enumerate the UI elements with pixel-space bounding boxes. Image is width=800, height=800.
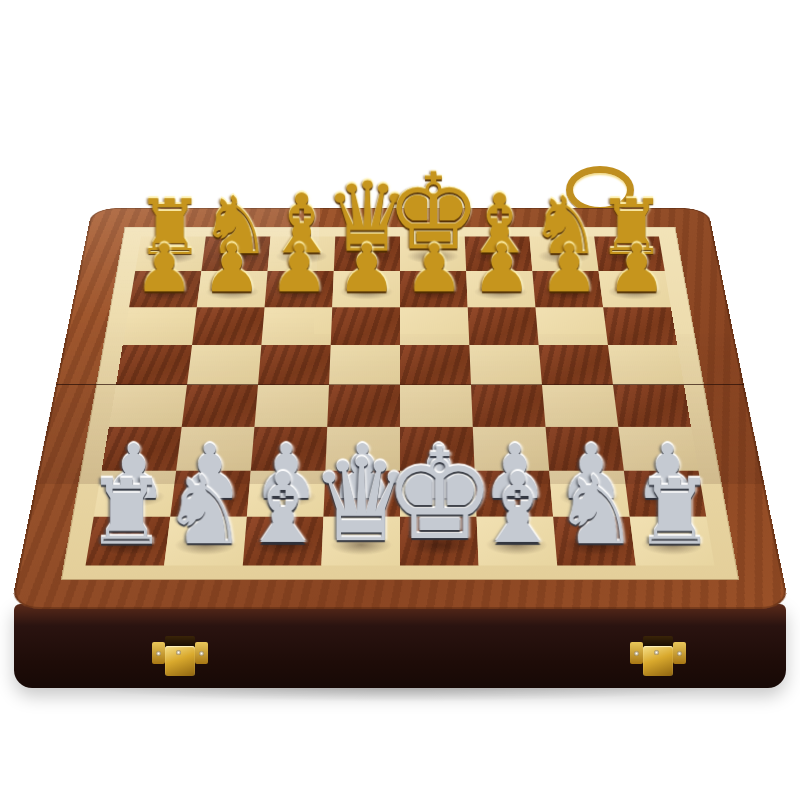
square-a7: ♟ <box>129 271 201 307</box>
square-a4 <box>109 385 187 427</box>
clasp-screw <box>654 650 659 655</box>
piece-silver-knight: ♞ <box>162 463 247 558</box>
square-f1: ♝ <box>477 517 558 566</box>
left-clasp <box>152 636 208 678</box>
square-e7: ♟ <box>400 271 468 307</box>
piece-silver-bishop: ♝ <box>474 460 561 557</box>
board-border: ♜♞♝♛♚♝♞♜♟♟♟♟♟♟♟♟♟♟♟♟♟♟♟♟♜♞♝♛♚♝♞♜ <box>61 227 739 580</box>
product-photo-stage: ♜♞♝♛♚♝♞♜♟♟♟♟♟♟♟♟♟♟♟♟♟♟♟♟♜♞♝♛♚♝♞♜ <box>0 0 800 800</box>
piece-gold-pawn: ♟ <box>539 235 599 302</box>
square-d5 <box>329 345 400 385</box>
square-a5 <box>116 345 192 385</box>
square-h7: ♟ <box>599 271 671 307</box>
fold-seam <box>56 384 745 386</box>
square-d7: ♟ <box>332 271 400 307</box>
chess-box-top: ♜♞♝♛♚♝♞♜♟♟♟♟♟♟♟♟♟♟♟♟♟♟♟♟♜♞♝♛♚♝♞♜ <box>10 208 790 608</box>
piece-gold-pawn: ♟ <box>134 235 194 302</box>
square-e5 <box>400 345 471 385</box>
square-b7: ♟ <box>197 271 268 307</box>
square-c5 <box>258 345 331 385</box>
piece-gold-pawn: ♟ <box>202 235 262 302</box>
square-g5 <box>539 345 613 385</box>
square-h6 <box>603 307 677 345</box>
piece-gold-pawn: ♟ <box>336 235 396 302</box>
piece-silver-knight: ♞ <box>553 463 638 558</box>
square-g4 <box>542 385 618 427</box>
piece-silver-rook: ♜ <box>633 467 714 557</box>
box-front-face <box>14 604 786 688</box>
clasp-screw <box>176 650 181 655</box>
square-g6 <box>535 307 608 345</box>
chess-board: ♜♞♝♛♚♝♞♜♟♟♟♟♟♟♟♟♟♟♟♟♟♟♟♟♜♞♝♛♚♝♞♜ <box>86 236 715 565</box>
square-c4 <box>254 385 329 427</box>
square-e1: ♚ <box>400 517 479 566</box>
square-c6 <box>261 307 332 345</box>
square-a6 <box>123 307 197 345</box>
square-b6 <box>192 307 265 345</box>
clasp-screw <box>634 651 639 656</box>
clasp-screw <box>156 651 161 656</box>
square-e6 <box>400 307 469 345</box>
square-b5 <box>187 345 261 385</box>
clasp-screw <box>199 651 204 656</box>
square-h4 <box>613 385 691 427</box>
piece-gold-pawn: ♟ <box>471 235 531 302</box>
clasp-screw <box>677 651 682 656</box>
square-f6 <box>468 307 539 345</box>
piece-gold-pawn: ♟ <box>269 235 329 302</box>
square-c7: ♟ <box>265 271 334 307</box>
square-a1: ♜ <box>86 517 171 566</box>
square-h1: ♜ <box>630 517 715 566</box>
square-h5 <box>608 345 684 385</box>
square-g1: ♞ <box>553 517 636 566</box>
piece-gold-pawn: ♟ <box>606 235 666 302</box>
square-b1: ♞ <box>164 517 247 566</box>
square-f5 <box>469 345 542 385</box>
square-f7: ♟ <box>466 271 535 307</box>
square-g7: ♟ <box>532 271 603 307</box>
piece-silver-rook: ♜ <box>85 467 166 557</box>
right-clasp <box>630 636 686 678</box>
square-b4 <box>182 385 258 427</box>
piece-gold-pawn: ♟ <box>404 235 464 302</box>
square-d6 <box>331 307 400 345</box>
